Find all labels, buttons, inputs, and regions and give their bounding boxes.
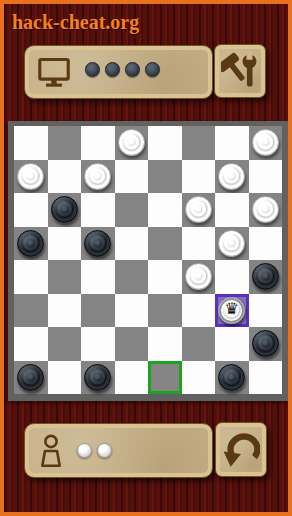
board-cell	[115, 227, 149, 261]
board-cell[interactable]	[14, 227, 48, 261]
board-cell	[48, 160, 82, 194]
black-piece[interactable]	[252, 330, 279, 357]
board-cell	[249, 361, 283, 395]
board-cell	[215, 260, 249, 294]
board-cell[interactable]	[249, 126, 283, 160]
board-cell[interactable]	[148, 294, 182, 328]
board-cell[interactable]	[249, 193, 283, 227]
king-crown-icon: ♛	[225, 301, 239, 317]
captured-dot	[105, 62, 120, 77]
captured-dot	[145, 62, 160, 77]
board-cell[interactable]	[14, 361, 48, 395]
board-cell	[182, 227, 216, 261]
board-cell	[115, 361, 149, 395]
board-cell[interactable]	[48, 126, 82, 160]
board-cell[interactable]	[215, 361, 249, 395]
board-cell[interactable]	[182, 126, 216, 160]
player-status-panel	[24, 423, 213, 478]
player-captured-dots	[77, 443, 112, 458]
board-cell	[14, 260, 48, 294]
white-piece[interactable]	[84, 163, 111, 190]
board-cell[interactable]	[48, 327, 82, 361]
black-piece[interactable]	[17, 364, 44, 391]
hammer-wrench-icon	[221, 51, 259, 91]
board-cell	[148, 327, 182, 361]
board-cell[interactable]	[249, 260, 283, 294]
board-cell[interactable]	[182, 193, 216, 227]
black-piece[interactable]	[51, 196, 78, 223]
captured-dot	[77, 443, 92, 458]
board-cell	[81, 126, 115, 160]
white-piece[interactable]	[252, 196, 279, 223]
board-cell	[249, 294, 283, 328]
board-cell[interactable]	[115, 327, 149, 361]
white-piece[interactable]	[185, 263, 212, 290]
board-cell	[182, 294, 216, 328]
board-cell[interactable]	[14, 294, 48, 328]
board-cell[interactable]	[215, 227, 249, 261]
board-cell[interactable]	[48, 193, 82, 227]
board-cell-move-target[interactable]	[148, 361, 182, 395]
computer-captured-dots	[85, 62, 160, 77]
board-cell	[182, 160, 216, 194]
white-piece[interactable]	[252, 129, 279, 156]
captured-dot	[125, 62, 140, 77]
board-cell[interactable]	[115, 126, 149, 160]
board-frame: ♛	[8, 121, 289, 401]
board-cell	[81, 327, 115, 361]
board-cell[interactable]	[81, 227, 115, 261]
board-cell	[14, 327, 48, 361]
board-cell[interactable]	[249, 327, 283, 361]
board-cell	[148, 193, 182, 227]
board-cell[interactable]	[215, 160, 249, 194]
board-cell[interactable]	[148, 227, 182, 261]
board-cell	[14, 193, 48, 227]
white-piece[interactable]	[17, 163, 44, 190]
board-cell	[48, 227, 82, 261]
board-cell-selected[interactable]: ♛	[215, 294, 249, 328]
black-piece[interactable]	[218, 364, 245, 391]
white-piece[interactable]	[118, 129, 145, 156]
board-cell	[215, 327, 249, 361]
white-piece[interactable]	[218, 230, 245, 257]
computer-status-panel	[24, 45, 213, 99]
board-cell	[215, 126, 249, 160]
white-piece[interactable]	[185, 196, 212, 223]
white-piece[interactable]	[218, 163, 245, 190]
board-cell	[148, 126, 182, 160]
black-piece[interactable]	[84, 364, 111, 391]
board-cell[interactable]	[81, 294, 115, 328]
board-cell	[115, 294, 149, 328]
board-cell[interactable]	[81, 160, 115, 194]
board-cell	[148, 260, 182, 294]
board-cell[interactable]	[115, 260, 149, 294]
board-cell	[14, 126, 48, 160]
board-cell	[115, 160, 149, 194]
board-cell	[48, 294, 82, 328]
board-cell[interactable]	[115, 193, 149, 227]
board-cell	[249, 227, 283, 261]
monitor-icon	[36, 56, 72, 88]
undo-icon	[222, 431, 260, 469]
board-cell	[182, 361, 216, 395]
page-title: hack-cheat.org	[12, 11, 139, 34]
board-cell[interactable]	[81, 361, 115, 395]
captured-dot	[97, 443, 112, 458]
board-cell[interactable]	[182, 260, 216, 294]
board-cell[interactable]	[14, 160, 48, 194]
board-cell	[215, 193, 249, 227]
captured-dot	[85, 62, 100, 77]
board-cell[interactable]	[182, 327, 216, 361]
black-piece[interactable]	[17, 230, 44, 257]
checkers-board: ♛	[14, 126, 282, 394]
black-piece[interactable]	[84, 230, 111, 257]
person-icon	[38, 433, 64, 469]
app: hack-cheat.org	[0, 0, 292, 516]
white-king-piece[interactable]: ♛	[218, 297, 245, 324]
board-cell	[48, 361, 82, 395]
board-cell[interactable]	[48, 260, 82, 294]
board-cell	[81, 260, 115, 294]
board-cell[interactable]	[148, 160, 182, 194]
board-cell	[249, 160, 283, 194]
undo-button[interactable]	[215, 422, 267, 477]
settings-button[interactable]	[214, 44, 266, 98]
board-cell	[81, 193, 115, 227]
black-piece[interactable]	[252, 263, 279, 290]
